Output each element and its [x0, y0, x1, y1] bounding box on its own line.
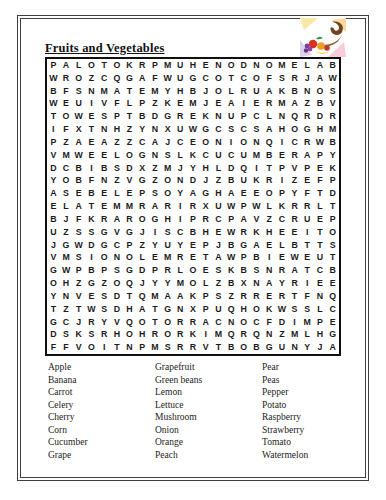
grid-cell[interactable]: T — [326, 200, 339, 213]
grid-cell[interactable]: X — [72, 123, 85, 136]
grid-cell[interactable]: P — [314, 149, 327, 162]
grid-cell[interactable]: R — [85, 316, 98, 329]
grid-cell[interactable]: R — [301, 110, 314, 123]
grid-cell[interactable]: Q — [123, 277, 136, 290]
grid-cell[interactable]: T — [47, 110, 60, 123]
grid-cell[interactable]: B — [263, 149, 276, 162]
grid-cell[interactable]: E — [276, 149, 289, 162]
grid-cell[interactable]: A — [47, 187, 60, 200]
grid-cell[interactable]: R — [174, 328, 187, 341]
grid-cell[interactable]: B — [136, 110, 149, 123]
grid-cell[interactable]: C — [288, 136, 301, 149]
grid-cell[interactable]: S — [60, 187, 73, 200]
grid-cell[interactable]: G — [301, 123, 314, 136]
grid-cell[interactable]: J — [136, 277, 149, 290]
grid-cell[interactable]: N — [98, 174, 111, 187]
grid-cell[interactable]: R — [288, 213, 301, 226]
grid-cell[interactable]: B — [85, 187, 98, 200]
grid-cell[interactable]: A — [326, 341, 339, 354]
grid-cell[interactable]: T — [98, 59, 111, 72]
grid-cell[interactable]: D — [187, 174, 200, 187]
grid-cell[interactable]: Y — [47, 174, 60, 187]
grid-cell[interactable]: S — [161, 226, 174, 239]
grid-cell[interactable]: P — [276, 187, 289, 200]
grid-cell[interactable]: W — [85, 303, 98, 316]
grid-cell[interactable]: O — [199, 136, 212, 149]
grid-cell[interactable]: M — [212, 328, 225, 341]
grid-cell[interactable]: N — [301, 85, 314, 98]
grid-cell[interactable]: V — [250, 213, 263, 226]
grid-cell[interactable]: E — [276, 226, 289, 239]
grid-cell[interactable]: K — [72, 328, 85, 341]
grid-cell[interactable]: X — [136, 162, 149, 175]
grid-cell[interactable]: N — [60, 290, 73, 303]
grid-cell[interactable]: B — [47, 85, 60, 98]
grid-cell[interactable]: P — [136, 341, 149, 354]
grid-cell[interactable]: Q — [136, 290, 149, 303]
grid-cell[interactable]: F — [301, 290, 314, 303]
grid-cell[interactable]: D — [276, 316, 289, 329]
grid-cell[interactable]: Z — [225, 290, 238, 303]
grid-cell[interactable]: P — [110, 110, 123, 123]
grid-cell[interactable]: A — [263, 277, 276, 290]
grid-cell[interactable]: T — [47, 303, 60, 316]
grid-cell[interactable]: Q — [225, 303, 238, 316]
grid-cell[interactable]: C — [60, 316, 73, 329]
grid-cell[interactable]: C — [212, 213, 225, 226]
grid-cell[interactable]: A — [187, 187, 200, 200]
grid-cell[interactable]: K — [276, 85, 289, 98]
grid-cell[interactable]: B — [288, 85, 301, 98]
grid-cell[interactable]: K — [250, 174, 263, 187]
grid-cell[interactable]: S — [149, 187, 162, 200]
grid-cell[interactable]: S — [276, 72, 289, 85]
grid-cell[interactable]: G — [47, 264, 60, 277]
grid-cell[interactable]: V — [326, 97, 339, 110]
grid-cell[interactable]: U — [237, 149, 250, 162]
grid-cell[interactable]: L — [301, 328, 314, 341]
grid-cell[interactable]: B — [326, 264, 339, 277]
grid-cell[interactable]: B — [225, 239, 238, 252]
grid-cell[interactable]: W — [161, 72, 174, 85]
grid-cell[interactable]: C — [212, 123, 225, 136]
grid-cell[interactable]: L — [136, 251, 149, 264]
grid-cell[interactable]: Z — [110, 174, 123, 187]
grid-cell[interactable]: P — [326, 213, 339, 226]
grid-cell[interactable]: T — [72, 303, 85, 316]
grid-cell[interactable]: I — [98, 341, 111, 354]
grid-cell[interactable]: V — [72, 341, 85, 354]
grid-cell[interactable]: M — [161, 251, 174, 264]
grid-cell[interactable]: N — [276, 110, 289, 123]
grid-cell[interactable]: A — [149, 136, 162, 149]
grid-cell[interactable]: R — [187, 200, 200, 213]
grid-cell[interactable]: R — [123, 213, 136, 226]
grid-cell[interactable]: A — [314, 72, 327, 85]
grid-cell[interactable]: G — [98, 239, 111, 252]
grid-cell[interactable]: S — [98, 303, 111, 316]
grid-cell[interactable]: C — [276, 213, 289, 226]
grid-cell[interactable]: M — [123, 200, 136, 213]
grid-cell[interactable]: J — [60, 213, 73, 226]
grid-cell[interactable]: R — [136, 200, 149, 213]
grid-cell[interactable]: M — [110, 200, 123, 213]
grid-cell[interactable]: G — [161, 303, 174, 316]
grid-cell[interactable]: R — [174, 251, 187, 264]
grid-cell[interactable]: C — [212, 316, 225, 329]
grid-cell[interactable]: P — [225, 213, 238, 226]
grid-cell[interactable]: R — [136, 59, 149, 72]
grid-cell[interactable]: O — [161, 187, 174, 200]
grid-cell[interactable]: A — [110, 85, 123, 98]
grid-cell[interactable]: M — [326, 123, 339, 136]
grid-cell[interactable]: O — [212, 85, 225, 98]
grid-cell[interactable]: M — [276, 97, 289, 110]
grid-cell[interactable]: J — [301, 72, 314, 85]
grid-cell[interactable]: E — [326, 316, 339, 329]
grid-cell[interactable]: D — [314, 110, 327, 123]
grid-cell[interactable]: E — [250, 187, 263, 200]
grid-cell[interactable]: L — [72, 59, 85, 72]
grid-cell[interactable]: R — [199, 213, 212, 226]
grid-cell[interactable]: B — [187, 226, 200, 239]
grid-cell[interactable]: E — [187, 251, 200, 264]
grid-cell[interactable]: N — [85, 85, 98, 98]
grid-cell[interactable]: D — [110, 303, 123, 316]
grid-cell[interactable]: U — [212, 303, 225, 316]
grid-cell[interactable]: H — [237, 303, 250, 316]
grid-cell[interactable]: S — [72, 226, 85, 239]
grid-cell[interactable]: U — [212, 149, 225, 162]
grid-cell[interactable]: P — [237, 251, 250, 264]
grid-cell[interactable]: N — [174, 303, 187, 316]
grid-cell[interactable]: O — [110, 277, 123, 290]
grid-cell[interactable]: H — [314, 123, 327, 136]
grid-cell[interactable]: A — [161, 290, 174, 303]
grid-cell[interactable]: J — [136, 226, 149, 239]
grid-cell[interactable]: Y — [47, 290, 60, 303]
grid-cell[interactable]: Z — [60, 226, 73, 239]
grid-cell[interactable]: O — [187, 264, 200, 277]
grid-cell[interactable]: A — [72, 136, 85, 149]
grid-cell[interactable]: R — [301, 136, 314, 149]
grid-cell[interactable]: W — [250, 200, 263, 213]
grid-cell[interactable]: G — [60, 239, 73, 252]
grid-cell[interactable]: H — [276, 123, 289, 136]
grid-cell[interactable]: R — [187, 316, 200, 329]
grid-cell[interactable]: O — [250, 72, 263, 85]
grid-cell[interactable]: W — [288, 251, 301, 264]
grid-cell[interactable]: G — [47, 316, 60, 329]
grid-cell[interactable]: G — [123, 72, 136, 85]
grid-cell[interactable]: T — [149, 303, 162, 316]
grid-cell[interactable]: O — [72, 72, 85, 85]
grid-cell[interactable]: Z — [301, 97, 314, 110]
grid-cell[interactable]: A — [212, 251, 225, 264]
grid-cell[interactable]: O — [237, 136, 250, 149]
grid-cell[interactable]: Y — [174, 239, 187, 252]
grid-cell[interactable]: T — [326, 251, 339, 264]
grid-cell[interactable]: E — [326, 277, 339, 290]
grid-cell[interactable]: N — [263, 328, 276, 341]
grid-cell[interactable]: K — [199, 110, 212, 123]
grid-cell[interactable]: T — [123, 110, 136, 123]
grid-cell[interactable]: P — [136, 187, 149, 200]
grid-cell[interactable]: P — [72, 264, 85, 277]
grid-cell[interactable]: J — [174, 162, 187, 175]
grid-cell[interactable]: A — [199, 316, 212, 329]
grid-cell[interactable]: R — [60, 72, 73, 85]
grid-cell[interactable]: Z — [123, 123, 136, 136]
grid-cell[interactable]: T — [123, 290, 136, 303]
grid-cell[interactable]: O — [263, 59, 276, 72]
grid-cell[interactable]: E — [250, 97, 263, 110]
grid-cell[interactable]: N — [263, 264, 276, 277]
grid-cell[interactable]: O — [110, 59, 123, 72]
grid-cell[interactable]: K — [187, 149, 200, 162]
grid-cell[interactable]: U — [225, 110, 238, 123]
grid-cell[interactable]: L — [174, 264, 187, 277]
grid-cell[interactable]: N — [212, 136, 225, 149]
grid-cell[interactable]: K — [326, 162, 339, 175]
grid-cell[interactable]: G — [199, 187, 212, 200]
grid-cell[interactable]: I — [250, 162, 263, 175]
grid-cell[interactable]: E — [301, 174, 314, 187]
grid-cell[interactable]: G — [237, 239, 250, 252]
grid-cell[interactable]: M — [60, 149, 73, 162]
grid-cell[interactable]: F — [149, 72, 162, 85]
grid-cell[interactable]: Q — [250, 328, 263, 341]
grid-cell[interactable]: O — [60, 110, 73, 123]
grid-cell[interactable]: M — [276, 59, 289, 72]
grid-cell[interactable]: P — [149, 264, 162, 277]
grid-cell[interactable]: R — [276, 290, 289, 303]
grid-cell[interactable]: S — [326, 85, 339, 98]
grid-cell[interactable]: L — [110, 187, 123, 200]
grid-cell[interactable]: F — [263, 316, 276, 329]
grid-cell[interactable]: K — [250, 226, 263, 239]
grid-cell[interactable]: F — [60, 123, 73, 136]
grid-cell[interactable]: H — [161, 213, 174, 226]
grid-cell[interactable]: N — [225, 316, 238, 329]
grid-cell[interactable]: V — [47, 251, 60, 264]
grid-cell[interactable]: U — [174, 59, 187, 72]
grid-cell[interactable]: P — [199, 239, 212, 252]
grid-cell[interactable]: R — [98, 328, 111, 341]
grid-cell[interactable]: Z — [149, 174, 162, 187]
grid-cell[interactable]: G — [136, 149, 149, 162]
grid-cell[interactable]: P — [326, 174, 339, 187]
grid-cell[interactable]: Q — [263, 136, 276, 149]
grid-cell[interactable]: T — [123, 85, 136, 98]
grid-cell[interactable]: U — [161, 239, 174, 252]
grid-cell[interactable]: T — [263, 162, 276, 175]
grid-cell[interactable]: R — [237, 85, 250, 98]
grid-cell[interactable]: E — [174, 97, 187, 110]
grid-cell[interactable]: Y — [161, 85, 174, 98]
grid-cell[interactable]: B — [288, 239, 301, 252]
grid-cell[interactable]: F — [110, 97, 123, 110]
grid-cell[interactable]: P — [237, 200, 250, 213]
grid-cell[interactable]: A — [288, 97, 301, 110]
grid-cell[interactable]: B — [225, 277, 238, 290]
grid-cell[interactable]: E — [301, 251, 314, 264]
grid-cell[interactable]: E — [263, 239, 276, 252]
grid-cell[interactable]: C — [174, 136, 187, 149]
grid-cell[interactable]: T — [301, 264, 314, 277]
grid-cell[interactable]: W — [47, 97, 60, 110]
grid-cell[interactable]: E — [212, 226, 225, 239]
grid-cell[interactable]: J — [47, 239, 60, 252]
grid-cell[interactable]: S — [212, 264, 225, 277]
grid-cell[interactable]: R — [288, 277, 301, 290]
grid-cell[interactable]: O — [326, 226, 339, 239]
grid-cell[interactable]: C — [237, 72, 250, 85]
grid-cell[interactable]: E — [263, 290, 276, 303]
grid-cell[interactable]: O — [187, 277, 200, 290]
grid-cell[interactable]: C — [136, 136, 149, 149]
grid-cell[interactable]: R — [174, 341, 187, 354]
grid-cell[interactable]: G — [136, 174, 149, 187]
grid-cell[interactable]: M — [60, 251, 73, 264]
grid-cell[interactable]: E — [60, 97, 73, 110]
grid-cell[interactable]: X — [187, 303, 200, 316]
grid-cell[interactable]: T — [110, 341, 123, 354]
grid-cell[interactable]: G — [187, 72, 200, 85]
grid-cell[interactable]: E — [136, 85, 149, 98]
grid-cell[interactable]: Z — [98, 277, 111, 290]
grid-cell[interactable]: I — [276, 136, 289, 149]
grid-cell[interactable]: M — [250, 149, 263, 162]
grid-cell[interactable]: V — [47, 149, 60, 162]
grid-cell[interactable]: O — [263, 187, 276, 200]
grid-cell[interactable]: P — [276, 162, 289, 175]
grid-cell[interactable]: M — [174, 277, 187, 290]
grid-cell[interactable]: M — [187, 97, 200, 110]
grid-cell[interactable]: V — [110, 226, 123, 239]
grid-cell[interactable]: O — [225, 59, 238, 72]
grid-cell[interactable]: L — [199, 277, 212, 290]
grid-cell[interactable]: K — [161, 97, 174, 110]
grid-cell[interactable]: U — [174, 123, 187, 136]
grid-cell[interactable]: C — [98, 72, 111, 85]
grid-cell[interactable]: L — [123, 97, 136, 110]
grid-cell[interactable]: E — [199, 59, 212, 72]
grid-cell[interactable]: E — [199, 264, 212, 277]
grid-cell[interactable]: K — [225, 264, 238, 277]
grid-cell[interactable]: A — [136, 72, 149, 85]
grid-cell[interactable]: B — [314, 97, 327, 110]
grid-cell[interactable]: S — [60, 328, 73, 341]
grid-cell[interactable]: A — [60, 59, 73, 72]
grid-cell[interactable]: J — [212, 239, 225, 252]
grid-cell[interactable]: R — [149, 328, 162, 341]
grid-cell[interactable]: M — [301, 316, 314, 329]
grid-cell[interactable]: P — [199, 290, 212, 303]
grid-cell[interactable]: A — [237, 213, 250, 226]
grid-cell[interactable]: K — [187, 290, 200, 303]
grid-cell[interactable]: H — [187, 59, 200, 72]
grid-cell[interactable]: T — [85, 123, 98, 136]
grid-cell[interactable]: I — [263, 251, 276, 264]
grid-cell[interactable]: R — [237, 328, 250, 341]
grid-cell[interactable]: A — [263, 85, 276, 98]
grid-cell[interactable]: S — [98, 110, 111, 123]
grid-cell[interactable]: L — [301, 59, 314, 72]
grid-cell[interactable]: B — [326, 59, 339, 72]
grid-cell[interactable]: O — [47, 277, 60, 290]
grid-cell[interactable]: Q — [225, 328, 238, 341]
grid-cell[interactable]: W — [72, 110, 85, 123]
grid-cell[interactable]: V — [98, 97, 111, 110]
grid-cell[interactable]: W — [314, 136, 327, 149]
grid-cell[interactable]: L — [60, 200, 73, 213]
grid-cell[interactable]: X — [199, 200, 212, 213]
grid-cell[interactable]: Z — [60, 303, 73, 316]
grid-cell[interactable]: O — [136, 213, 149, 226]
grid-cell[interactable]: D — [237, 59, 250, 72]
grid-cell[interactable]: R — [161, 200, 174, 213]
grid-cell[interactable]: R — [288, 200, 301, 213]
grid-cell[interactable]: M — [288, 328, 301, 341]
grid-cell[interactable]: O — [288, 123, 301, 136]
grid-cell[interactable]: C — [225, 149, 238, 162]
grid-cell[interactable]: E — [288, 226, 301, 239]
grid-cell[interactable]: B — [225, 341, 238, 354]
grid-cell[interactable]: E — [288, 59, 301, 72]
grid-cell[interactable]: N — [212, 59, 225, 72]
grid-cell[interactable]: K — [187, 328, 200, 341]
grid-cell[interactable]: L — [276, 239, 289, 252]
grid-cell[interactable]: N — [174, 174, 187, 187]
grid-cell[interactable]: I — [149, 226, 162, 239]
grid-cell[interactable]: M — [149, 290, 162, 303]
grid-cell[interactable]: E — [187, 110, 200, 123]
grid-cell[interactable]: Z — [276, 328, 289, 341]
grid-cell[interactable]: A — [250, 239, 263, 252]
grid-cell[interactable]: P — [187, 213, 200, 226]
grid-cell[interactable]: N — [149, 149, 162, 162]
grid-cell[interactable]: D — [326, 187, 339, 200]
grid-cell[interactable]: C — [174, 226, 187, 239]
grid-cell[interactable]: Z — [288, 174, 301, 187]
grid-cell[interactable]: P — [98, 264, 111, 277]
grid-cell[interactable]: O — [161, 316, 174, 329]
grid-cell[interactable]: W — [225, 226, 238, 239]
grid-cell[interactable]: P — [301, 162, 314, 175]
grid-cell[interactable]: H — [174, 85, 187, 98]
grid-cell[interactable]: G — [123, 226, 136, 239]
grid-cell[interactable]: O — [85, 341, 98, 354]
grid-cell[interactable]: B — [250, 341, 263, 354]
grid-cell[interactable]: E — [98, 187, 111, 200]
grid-cell[interactable]: O — [123, 149, 136, 162]
grid-cell[interactable]: P — [47, 59, 60, 72]
grid-cell[interactable]: A — [314, 59, 327, 72]
grid-cell[interactable]: O — [237, 341, 250, 354]
grid-cell[interactable]: Y — [301, 341, 314, 354]
grid-cell[interactable]: I — [301, 226, 314, 239]
grid-cell[interactable]: W — [72, 239, 85, 252]
grid-cell[interactable]: E — [85, 290, 98, 303]
grid-cell[interactable]: O — [161, 174, 174, 187]
grid-cell[interactable]: Z — [85, 72, 98, 85]
grid-cell[interactable]: Z — [72, 277, 85, 290]
grid-cell[interactable]: L — [212, 162, 225, 175]
grid-cell[interactable]: A — [110, 213, 123, 226]
grid-cell[interactable]: P — [123, 239, 136, 252]
grid-cell[interactable]: L — [263, 200, 276, 213]
